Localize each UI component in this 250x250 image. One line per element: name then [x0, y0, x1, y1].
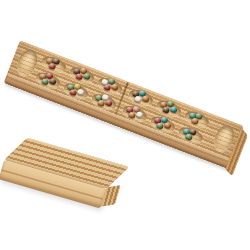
product-photo-scene [0, 0, 250, 250]
